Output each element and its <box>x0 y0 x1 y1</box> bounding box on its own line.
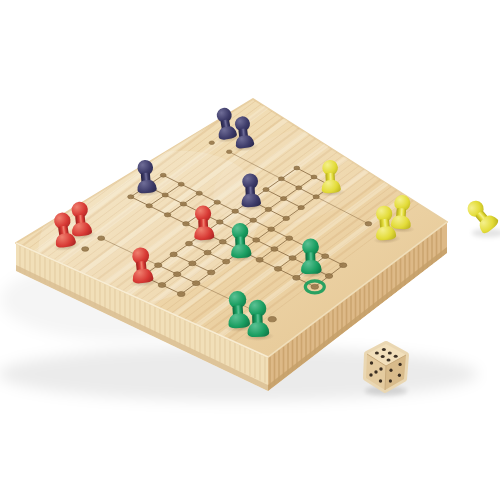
scene <box>0 0 500 500</box>
peg-base <box>247 322 269 337</box>
peg-yellow-lying[interactable] <box>461 196 500 237</box>
peg-base <box>234 135 254 150</box>
peg-navy[interactable] <box>231 115 256 149</box>
peg-green[interactable] <box>228 222 253 258</box>
peg-navy[interactable] <box>238 173 262 208</box>
peg-green[interactable] <box>244 299 270 337</box>
peg-base <box>230 244 251 259</box>
peg-base <box>54 232 76 248</box>
peg-base <box>375 226 396 241</box>
peg-yellow[interactable] <box>318 159 342 193</box>
peg-yellow[interactable] <box>371 205 397 241</box>
peg-base <box>194 226 215 240</box>
peg-navy[interactable] <box>133 159 158 194</box>
peg-base <box>136 179 156 193</box>
peg-base <box>300 260 321 274</box>
peg-green[interactable] <box>298 238 323 274</box>
peg-red[interactable] <box>127 246 154 284</box>
peg-base <box>131 268 153 284</box>
peg-base <box>240 194 260 208</box>
peg-base <box>321 180 341 194</box>
pegs-layer <box>0 0 500 500</box>
peg-red[interactable] <box>191 205 216 241</box>
